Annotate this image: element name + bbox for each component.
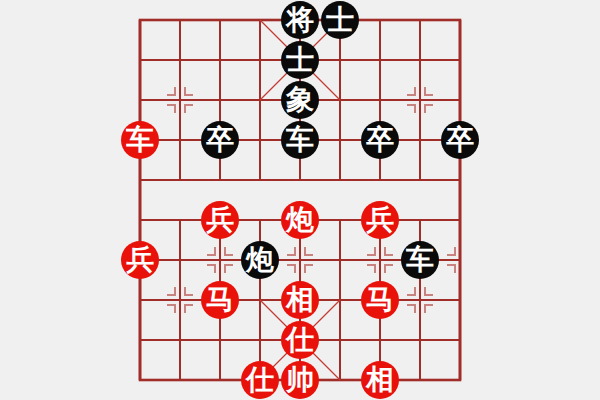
piece-red-horse[interactable]: 马	[201, 281, 239, 319]
piece-black-advisor[interactable]: 士	[281, 41, 319, 79]
piece-red-horse[interactable]: 马	[361, 281, 399, 319]
piece-red-elephant[interactable]: 相	[281, 281, 319, 319]
xiangqi-screen: 将士士象车卒车卒卒兵炮兵兵炮车马相马仕仕帅相	[0, 0, 600, 400]
piece-black-elephant[interactable]: 象	[281, 81, 319, 119]
pieces-grid: 将士士象车卒车卒卒兵炮兵兵炮车马相马仕仕帅相	[120, 0, 480, 400]
piece-red-soldier[interactable]: 兵	[121, 241, 159, 279]
piece-red-advisor[interactable]: 仕	[241, 361, 279, 399]
piece-black-cannon[interactable]: 炮	[241, 241, 279, 279]
piece-black-chariot[interactable]: 车	[281, 121, 319, 159]
piece-red-general[interactable]: 帅	[281, 361, 319, 399]
piece-black-soldier[interactable]: 卒	[361, 121, 399, 159]
piece-red-chariot[interactable]: 车	[121, 121, 159, 159]
piece-red-soldier[interactable]: 兵	[201, 201, 239, 239]
piece-red-advisor[interactable]: 仕	[281, 321, 319, 359]
piece-red-cannon[interactable]: 炮	[281, 201, 319, 239]
piece-black-soldier[interactable]: 卒	[201, 121, 239, 159]
piece-black-advisor[interactable]: 士	[321, 1, 359, 39]
piece-red-elephant[interactable]: 相	[361, 361, 399, 399]
piece-black-chariot[interactable]: 车	[401, 241, 439, 279]
piece-black-general[interactable]: 将	[281, 1, 319, 39]
piece-black-soldier[interactable]: 卒	[441, 121, 479, 159]
piece-red-soldier[interactable]: 兵	[361, 201, 399, 239]
